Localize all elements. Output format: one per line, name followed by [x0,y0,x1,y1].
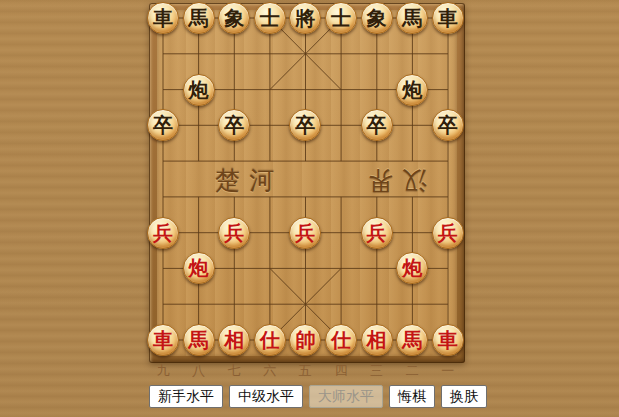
piece-b-馬[interactable]: 馬 [394,0,430,36]
piece-r-兵[interactable]: 兵 [288,215,324,251]
piece-glyph: 兵 [218,217,250,249]
piece-glyph: 車 [432,324,464,356]
piece-b-卒[interactable]: 卒 [430,107,466,143]
piece-glyph: 車 [432,2,464,34]
piece-glyph: 帥 [289,324,321,356]
piece-glyph: 馬 [183,324,215,356]
piece-glyph: 炮 [396,74,428,106]
piece-r-兵[interactable]: 兵 [145,215,181,251]
piece-b-象[interactable]: 象 [216,0,252,36]
change-skin-button[interactable]: 换肤 [441,385,487,408]
piece-glyph: 士 [325,2,357,34]
piece-b-士[interactable]: 士 [252,0,288,36]
piece-glyph: 卒 [289,109,321,141]
piece-b-卒[interactable]: 卒 [359,107,395,143]
piece-glyph: 馬 [396,2,428,34]
piece-glyph: 炮 [396,252,428,284]
file-label-1: 九 [145,362,181,380]
piece-r-車[interactable]: 車 [430,322,466,358]
piece-r-車[interactable]: 車 [145,322,181,358]
piece-glyph: 卒 [432,109,464,141]
piece-glyph: 車 [147,324,179,356]
file-label-7: 三 [359,362,395,380]
piece-r-相[interactable]: 相 [359,322,395,358]
piece-b-車[interactable]: 車 [145,0,181,36]
piece-r-兵[interactable]: 兵 [216,215,252,251]
piece-b-卒[interactable]: 卒 [145,107,181,143]
piece-glyph: 兵 [432,217,464,249]
piece-b-卒[interactable]: 卒 [216,107,252,143]
undo-move-button[interactable]: 悔棋 [389,385,435,408]
file-labels: 九八七六五四三二一 [145,362,465,380]
piece-glyph: 象 [218,2,250,34]
piece-glyph: 象 [361,2,393,34]
file-label-9: 一 [430,362,466,380]
piece-r-帥[interactable]: 帥 [288,322,324,358]
piece-r-仕[interactable]: 仕 [252,322,288,358]
control-bar: 新手水平中级水平大师水平悔棋换肤 [149,385,487,408]
piece-r-炮[interactable]: 炮 [394,250,430,286]
file-label-2: 八 [181,362,217,380]
master-level-button: 大师水平 [309,385,383,408]
piece-b-將[interactable]: 將 [288,0,324,36]
piece-b-卒[interactable]: 卒 [288,107,324,143]
piece-r-炮[interactable]: 炮 [181,250,217,286]
piece-glyph: 仕 [254,324,286,356]
piece-r-相[interactable]: 相 [216,322,252,358]
piece-glyph: 將 [289,2,321,34]
piece-glyph: 士 [254,2,286,34]
piece-b-炮[interactable]: 炮 [181,72,217,108]
piece-b-士[interactable]: 士 [323,0,359,36]
piece-glyph: 卒 [147,109,179,141]
piece-glyph: 馬 [183,2,215,34]
piece-r-兵[interactable]: 兵 [430,215,466,251]
piece-glyph: 車 [147,2,179,34]
file-label-5: 五 [288,362,324,380]
file-label-3: 七 [216,362,252,380]
file-label-8: 二 [394,362,430,380]
piece-r-兵[interactable]: 兵 [359,215,395,251]
piece-b-炮[interactable]: 炮 [394,72,430,108]
piece-glyph: 兵 [289,217,321,249]
intermediate-level-button[interactable]: 中级水平 [229,385,303,408]
piece-glyph: 兵 [147,217,179,249]
piece-glyph: 相 [218,324,250,356]
file-label-6: 四 [323,362,359,380]
piece-b-象[interactable]: 象 [359,0,395,36]
file-label-4: 六 [252,362,288,380]
piece-r-仕[interactable]: 仕 [323,322,359,358]
piece-glyph: 炮 [183,74,215,106]
piece-glyph: 馬 [396,324,428,356]
pieces-grid: 車馬象士將士象馬車炮炮卒卒卒卒卒兵兵兵兵兵炮炮車馬相仕帥仕相馬車 [145,0,465,358]
piece-r-馬[interactable]: 馬 [394,322,430,358]
piece-glyph: 相 [361,324,393,356]
piece-glyph: 兵 [361,217,393,249]
piece-r-馬[interactable]: 馬 [181,322,217,358]
beginner-level-button[interactable]: 新手水平 [149,385,223,408]
piece-b-馬[interactable]: 馬 [181,0,217,36]
piece-b-車[interactable]: 車 [430,0,466,36]
piece-glyph: 炮 [183,252,215,284]
piece-glyph: 卒 [218,109,250,141]
piece-glyph: 卒 [361,109,393,141]
piece-glyph: 仕 [325,324,357,356]
